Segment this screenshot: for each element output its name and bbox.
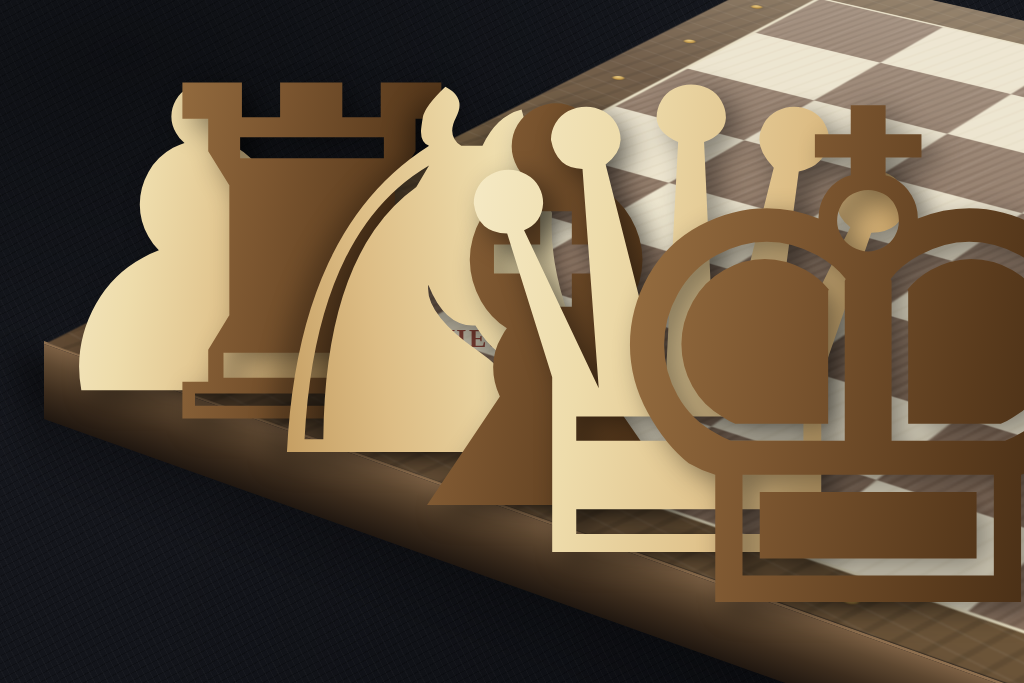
dark-king-piece[interactable]: ♚ bbox=[563, 27, 1024, 683]
photo-stage: CHESSBAZAAR ♟ ♜ ♞ ♝ ♛ ♚ bbox=[0, 0, 1024, 683]
